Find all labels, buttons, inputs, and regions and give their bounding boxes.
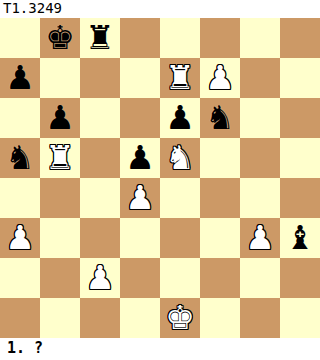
white-king: ♚	[160, 298, 200, 338]
square-c1[interactable]	[80, 298, 120, 338]
square-e8[interactable]	[160, 18, 200, 58]
white-pawn: ♟	[120, 178, 160, 218]
white-rook: ♜	[40, 138, 80, 178]
square-b1[interactable]	[40, 298, 80, 338]
square-h4[interactable]	[280, 178, 320, 218]
puzzle-title: T1.3249	[0, 0, 320, 18]
move-prompt: 1. ?	[0, 338, 320, 360]
black-king: ♚	[40, 18, 80, 58]
square-a2[interactable]	[0, 258, 40, 298]
square-g5[interactable]	[240, 138, 280, 178]
white-pawn: ♟	[240, 218, 280, 258]
square-c8[interactable]: ♜	[80, 18, 120, 58]
black-bishop: ♝	[280, 218, 320, 258]
square-e7[interactable]: ♜	[160, 58, 200, 98]
white-pawn: ♟	[200, 58, 240, 98]
square-a3[interactable]: ♟	[0, 218, 40, 258]
square-b8[interactable]: ♚	[40, 18, 80, 58]
square-c6[interactable]	[80, 98, 120, 138]
square-h7[interactable]	[280, 58, 320, 98]
square-h1[interactable]	[280, 298, 320, 338]
square-e2[interactable]	[160, 258, 200, 298]
square-c2[interactable]: ♟	[80, 258, 120, 298]
square-d2[interactable]	[120, 258, 160, 298]
square-c4[interactable]	[80, 178, 120, 218]
black-pawn: ♟	[0, 58, 40, 98]
square-b3[interactable]	[40, 218, 80, 258]
square-b7[interactable]	[40, 58, 80, 98]
white-knight: ♞	[160, 138, 200, 178]
black-knight: ♞	[0, 138, 40, 178]
square-c7[interactable]	[80, 58, 120, 98]
square-h3[interactable]: ♝	[280, 218, 320, 258]
square-d6[interactable]	[120, 98, 160, 138]
square-f3[interactable]	[200, 218, 240, 258]
square-f2[interactable]	[200, 258, 240, 298]
square-b6[interactable]: ♟	[40, 98, 80, 138]
square-a5[interactable]: ♞	[0, 138, 40, 178]
square-h2[interactable]	[280, 258, 320, 298]
square-e1[interactable]: ♚	[160, 298, 200, 338]
square-d8[interactable]	[120, 18, 160, 58]
black-pawn: ♟	[120, 138, 160, 178]
square-a1[interactable]	[0, 298, 40, 338]
square-d1[interactable]	[120, 298, 160, 338]
chess-board: ♚♜♟♜♟♟♟♞♞♜♟♞♟♟♟♝♟♚	[0, 18, 320, 338]
square-d5[interactable]: ♟	[120, 138, 160, 178]
black-rook: ♜	[80, 18, 120, 58]
white-pawn: ♟	[80, 258, 120, 298]
white-pawn: ♟	[0, 218, 40, 258]
square-e6[interactable]: ♟	[160, 98, 200, 138]
square-f5[interactable]	[200, 138, 240, 178]
square-c5[interactable]	[80, 138, 120, 178]
square-f4[interactable]	[200, 178, 240, 218]
square-a7[interactable]: ♟	[0, 58, 40, 98]
square-h8[interactable]	[280, 18, 320, 58]
square-b4[interactable]	[40, 178, 80, 218]
square-g4[interactable]	[240, 178, 280, 218]
puzzle-window: T1.3249 ♚♜♟♜♟♟♟♞♞♜♟♞♟♟♟♝♟♚ 1. ?	[0, 0, 320, 360]
square-c3[interactable]	[80, 218, 120, 258]
square-d3[interactable]	[120, 218, 160, 258]
square-d7[interactable]	[120, 58, 160, 98]
square-b2[interactable]	[40, 258, 80, 298]
white-rook: ♜	[160, 58, 200, 98]
black-pawn: ♟	[40, 98, 80, 138]
square-g1[interactable]	[240, 298, 280, 338]
square-a6[interactable]	[0, 98, 40, 138]
square-f1[interactable]	[200, 298, 240, 338]
square-g6[interactable]	[240, 98, 280, 138]
square-a8[interactable]	[0, 18, 40, 58]
square-e3[interactable]	[160, 218, 200, 258]
square-g7[interactable]	[240, 58, 280, 98]
square-g2[interactable]	[240, 258, 280, 298]
square-d4[interactable]: ♟	[120, 178, 160, 218]
square-g3[interactable]: ♟	[240, 218, 280, 258]
black-pawn: ♟	[160, 98, 200, 138]
square-f6[interactable]: ♞	[200, 98, 240, 138]
square-a4[interactable]	[0, 178, 40, 218]
square-e5[interactable]: ♞	[160, 138, 200, 178]
square-h5[interactable]	[280, 138, 320, 178]
square-e4[interactable]	[160, 178, 200, 218]
square-h6[interactable]	[280, 98, 320, 138]
black-knight: ♞	[200, 98, 240, 138]
square-b5[interactable]: ♜	[40, 138, 80, 178]
square-f7[interactable]: ♟	[200, 58, 240, 98]
square-f8[interactable]	[200, 18, 240, 58]
square-g8[interactable]	[240, 18, 280, 58]
